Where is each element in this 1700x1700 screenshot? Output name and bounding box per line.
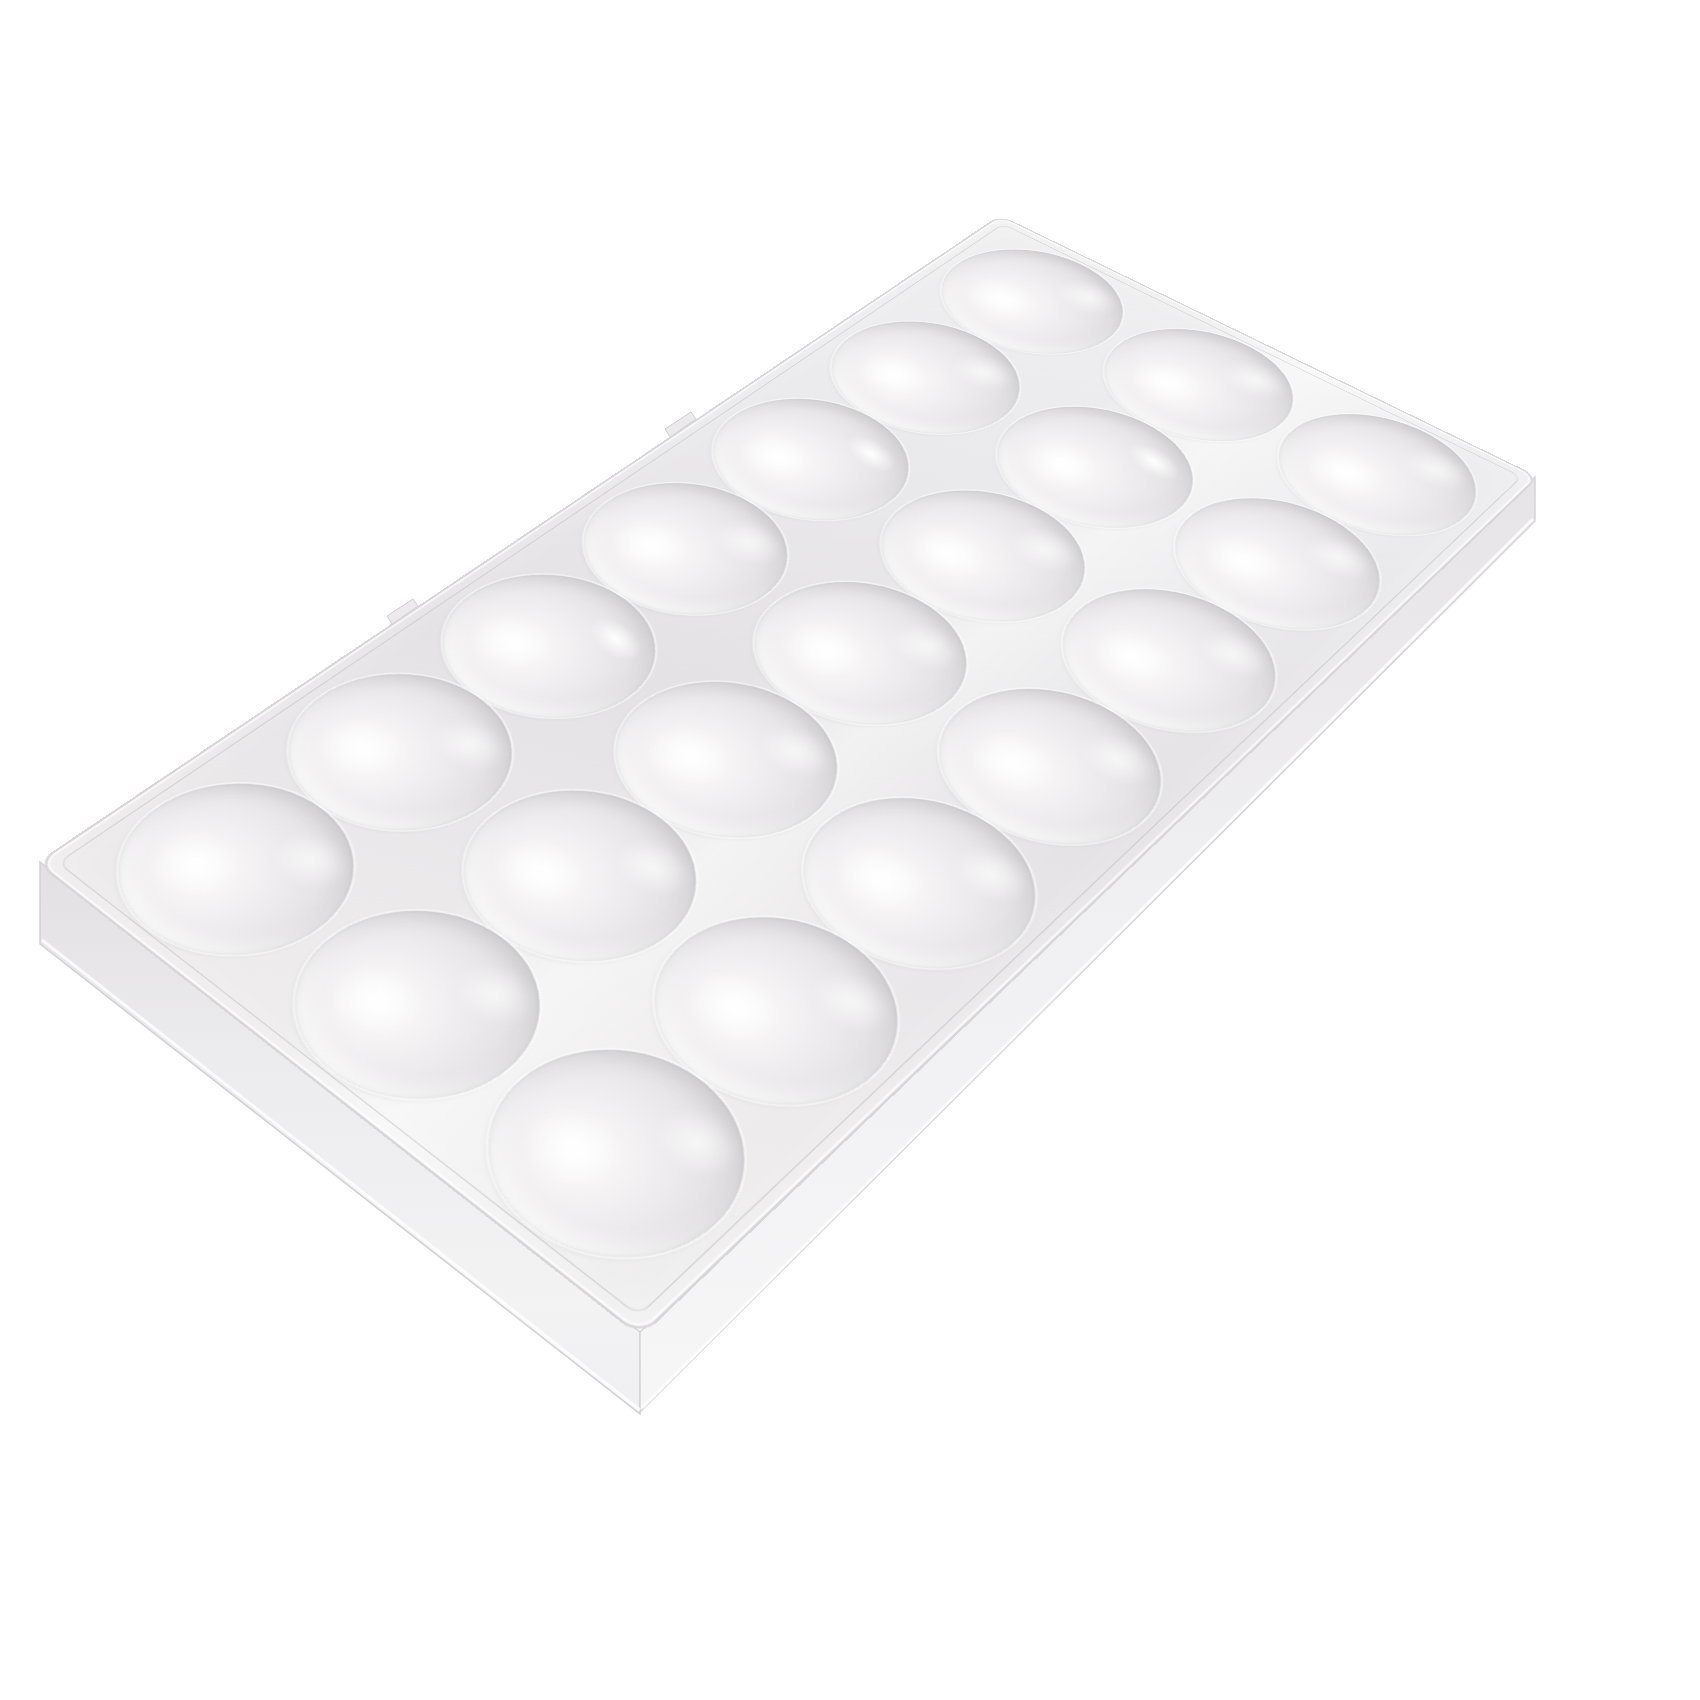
- product-photo: [0, 0, 1700, 1700]
